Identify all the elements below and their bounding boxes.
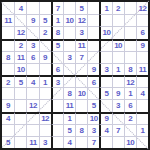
cell-r1c0-given: 11 (2, 14, 14, 26)
cell-r10c2-empty[interactable] (26, 124, 38, 136)
cell-r9c4-empty[interactable] (51, 112, 63, 124)
cell-r11c8-empty[interactable] (99, 136, 111, 148)
puzzle-page: 4751212119511012122831062351110981169371… (0, 0, 150, 150)
cell-r11c0-given: 5 (2, 136, 14, 148)
cell-r2c3-given: 2 (39, 26, 51, 38)
cell-r3c5-empty[interactable] (63, 39, 75, 51)
cell-r4c8-empty[interactable] (99, 51, 111, 63)
cell-r1c3-given: 5 (39, 14, 51, 26)
cell-r7c11-given: 4 (136, 87, 148, 99)
cell-r10c1-empty[interactable] (14, 124, 26, 136)
cell-r10c4-empty[interactable] (51, 124, 63, 136)
cell-r7c7-empty[interactable] (87, 87, 99, 99)
cell-r9c3-given: 12 (39, 112, 51, 124)
cell-r9c5-given: 1 (63, 112, 75, 124)
cell-r8c6-empty[interactable] (75, 99, 87, 111)
cell-r2c6-given: 3 (75, 26, 87, 38)
cell-r7c9-given: 9 (112, 87, 124, 99)
cell-r6c1-given: 5 (14, 75, 26, 87)
cell-r10c7-given: 3 (87, 124, 99, 136)
cell-r4c1-given: 11 (14, 51, 26, 63)
cell-r0c10-empty[interactable] (124, 2, 136, 14)
cell-r5c5-empty[interactable] (63, 63, 75, 75)
cell-r3c0-empty[interactable] (2, 39, 14, 51)
cell-r0c2-empty[interactable] (26, 2, 38, 14)
cell-r2c7-empty[interactable] (87, 26, 99, 38)
cell-r7c3-empty[interactable] (39, 87, 51, 99)
cell-r1c1-empty[interactable] (14, 14, 26, 26)
cell-r9c10-given: 2 (124, 112, 136, 124)
cell-r3c7-empty[interactable] (87, 39, 99, 51)
cell-r8c5-given: 11 (63, 99, 75, 111)
cell-r3c8-empty[interactable] (99, 39, 111, 51)
cell-r4c6-given: 7 (75, 51, 87, 63)
cell-r2c9-empty[interactable] (112, 26, 124, 38)
cell-r4c7-empty[interactable] (87, 51, 99, 63)
cell-r6c7-given: 6 (87, 75, 99, 87)
cell-r0c7-empty[interactable] (87, 2, 99, 14)
cell-r8c4-empty[interactable] (51, 99, 63, 111)
cell-r7c0-empty[interactable] (2, 87, 14, 99)
cell-r8c7-given: 5 (87, 99, 99, 111)
cell-r1c8-empty[interactable] (99, 14, 111, 26)
cell-r10c9-given: 7 (112, 124, 124, 136)
cell-r11c5-given: 4 (63, 136, 75, 148)
cell-r8c9-given: 3 (112, 99, 124, 111)
cell-r4c3-given: 9 (39, 51, 51, 63)
cell-r0c1-given: 4 (14, 2, 26, 14)
cell-r0c5-empty[interactable] (63, 2, 75, 14)
cell-r5c3-empty[interactable] (39, 63, 51, 75)
cell-r2c5-empty[interactable] (63, 26, 75, 38)
cell-r5c11-given: 11 (136, 63, 148, 75)
cell-r7c4-empty[interactable] (51, 87, 63, 99)
cell-r7c1-empty[interactable] (14, 87, 26, 99)
cell-r4c0-given: 8 (2, 51, 14, 63)
cell-r8c10-given: 6 (124, 99, 136, 111)
cell-r8c1-empty[interactable] (14, 99, 26, 111)
cell-r8c3-empty[interactable] (39, 99, 51, 111)
cell-r9c11-empty[interactable] (136, 112, 148, 124)
cell-r0c6-given: 5 (75, 2, 87, 14)
cell-r1c7-empty[interactable] (87, 14, 99, 26)
cell-r4c11-empty[interactable] (136, 51, 148, 63)
cell-r2c8-given: 10 (99, 26, 111, 38)
cell-r6c0-given: 2 (2, 75, 14, 87)
cell-r1c6-given: 12 (75, 14, 87, 26)
sudoku-board: 4751212119511012122831062351110981169371… (0, 0, 150, 150)
cell-r3c10-empty[interactable] (124, 39, 136, 51)
cell-r6c3-given: 1 (39, 75, 51, 87)
cell-r11c9-empty[interactable] (112, 136, 124, 148)
sudoku-grid: 4751212119511012122831062351110981169371… (2, 2, 148, 148)
cell-r9c7-given: 10 (87, 112, 99, 124)
cell-r11c10-given: 10 (124, 136, 136, 148)
cell-r9c8-given: 9 (99, 112, 111, 124)
cell-r1c10-empty[interactable] (124, 14, 136, 26)
cell-r4c2-given: 6 (26, 51, 38, 63)
cell-r8c0-given: 9 (2, 99, 14, 111)
cell-r4c9-empty[interactable] (112, 51, 124, 63)
cell-r1c11-empty[interactable] (136, 14, 148, 26)
cell-r8c11-empty[interactable] (136, 99, 148, 111)
cell-r7c10-given: 1 (124, 87, 136, 99)
cell-r5c7-given: 9 (87, 63, 99, 75)
cell-r11c4-empty[interactable] (51, 136, 63, 148)
cell-r7c6-given: 10 (75, 87, 87, 99)
cell-r9c6-empty[interactable] (75, 112, 87, 124)
cell-r9c2-empty[interactable] (26, 112, 38, 124)
cell-r5c10-given: 8 (124, 63, 136, 75)
cell-r4c5-given: 3 (63, 51, 75, 63)
cell-r3c9-given: 10 (112, 39, 124, 51)
cell-r7c5-given: 8 (63, 87, 75, 99)
cell-r11c1-empty[interactable] (14, 136, 26, 148)
cell-r3c2-given: 3 (26, 39, 38, 51)
cell-r3c6-given: 11 (75, 39, 87, 51)
cell-r10c6-given: 8 (75, 124, 87, 136)
cell-r4c4-empty[interactable] (51, 51, 63, 63)
cell-r2c1-given: 12 (14, 26, 26, 38)
cell-r2c0-empty[interactable] (2, 26, 14, 38)
cell-r6c2-given: 4 (26, 75, 38, 87)
cell-r0c11-given: 12 (136, 2, 148, 14)
cell-r4c10-empty[interactable] (124, 51, 136, 63)
cell-r9c9-empty[interactable] (112, 112, 124, 124)
cell-r6c6-empty[interactable] (75, 75, 87, 87)
cell-r6c4-given: 3 (51, 75, 63, 87)
cell-r0c0-empty[interactable] (2, 2, 14, 14)
cell-r9c0-given: 4 (2, 112, 14, 124)
cell-r7c8-given: 5 (99, 87, 111, 99)
cell-r6c5-empty[interactable] (63, 75, 75, 87)
cell-r10c0-empty[interactable] (2, 124, 14, 136)
cell-r8c8-empty[interactable] (99, 99, 111, 111)
cell-r2c4-given: 8 (51, 26, 63, 38)
cell-r0c9-given: 2 (112, 2, 124, 14)
cell-r5c4-given: 6 (51, 63, 63, 75)
cell-r6c10-given: 12 (124, 75, 136, 87)
cell-r1c5-given: 10 (63, 14, 75, 26)
cell-r10c11-given: 1 (136, 124, 148, 136)
cell-r1c9-empty[interactable] (112, 14, 124, 26)
cell-r0c4-given: 7 (51, 2, 63, 14)
cell-r9c1-empty[interactable] (14, 112, 26, 124)
cell-r7c2-empty[interactable] (26, 87, 38, 99)
cell-r3c1-given: 2 (14, 39, 26, 51)
cell-r3c11-given: 9 (136, 39, 148, 51)
cell-r5c8-given: 3 (99, 63, 111, 75)
cell-r5c2-empty[interactable] (26, 63, 38, 75)
cell-r1c4-given: 1 (51, 14, 63, 26)
cell-r2c2-empty[interactable] (26, 26, 38, 38)
cell-r8c2-given: 12 (26, 99, 38, 111)
cell-r5c9-given: 1 (112, 63, 124, 75)
cell-r0c3-empty[interactable] (39, 2, 51, 14)
cell-r11c7-given: 7 (87, 136, 99, 148)
cell-r10c10-empty[interactable] (124, 124, 136, 136)
cell-r10c8-given: 4 (99, 124, 111, 136)
cell-r6c8-empty[interactable] (99, 75, 111, 87)
cell-r1c2-given: 9 (26, 14, 38, 26)
cell-r11c6-empty[interactable] (75, 136, 87, 148)
cell-r11c2-given: 11 (26, 136, 38, 148)
cell-r3c3-empty[interactable] (39, 39, 51, 51)
cell-r11c3-given: 3 (39, 136, 51, 148)
cell-r10c3-empty[interactable] (39, 124, 51, 136)
cell-r6c11-empty[interactable] (136, 75, 148, 87)
cell-r3c4-given: 5 (51, 39, 63, 51)
cell-r2c11-given: 6 (136, 26, 148, 38)
cell-r0c8-given: 1 (99, 2, 111, 14)
cell-r5c6-empty[interactable] (75, 63, 87, 75)
cell-r2c10-empty[interactable] (124, 26, 136, 38)
cell-r11c11-empty[interactable] (136, 136, 148, 148)
cell-r5c1-given: 10 (14, 63, 26, 75)
cell-r6c9-empty[interactable] (112, 75, 124, 87)
cell-r10c5-given: 5 (63, 124, 75, 136)
cell-r5c0-empty[interactable] (2, 63, 14, 75)
